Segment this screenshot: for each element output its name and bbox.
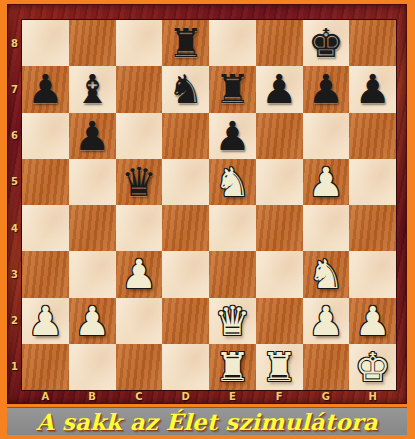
square-a4[interactable] — [22, 205, 69, 251]
square-f6[interactable] — [256, 113, 303, 159]
square-f4[interactable] — [256, 205, 303, 251]
black-pawn-g7[interactable]: ♟ — [308, 69, 344, 109]
square-g5[interactable]: ♟ — [303, 159, 350, 205]
square-h5[interactable] — [349, 159, 396, 205]
black-bishop-b7[interactable]: ♝ — [74, 69, 110, 109]
white-knight-e5[interactable]: ♞ — [214, 162, 250, 202]
square-d3[interactable] — [162, 251, 209, 297]
white-pawn-c3[interactable]: ♟ — [121, 254, 157, 294]
square-a7[interactable]: ♟ — [22, 66, 69, 112]
square-a8[interactable] — [22, 20, 69, 66]
white-pawn-b2[interactable]: ♟ — [74, 301, 110, 341]
white-pawn-g2[interactable]: ♟ — [308, 301, 344, 341]
square-a6[interactable] — [22, 113, 69, 159]
black-pawn-h7[interactable]: ♟ — [355, 69, 391, 109]
rank-label-4: 4 — [7, 205, 22, 251]
square-c5[interactable]: ♛ — [116, 159, 163, 205]
square-c4[interactable] — [116, 205, 163, 251]
square-b7[interactable]: ♝ — [69, 66, 116, 112]
file-label-c: C — [116, 389, 163, 404]
square-b8[interactable] — [69, 20, 116, 66]
black-pawn-e6[interactable]: ♟ — [214, 116, 250, 156]
square-f5[interactable] — [256, 159, 303, 205]
square-b4[interactable] — [69, 205, 116, 251]
file-label-h: H — [349, 389, 396, 404]
rank-label-1: 1 — [7, 344, 22, 390]
caption-text: A sakk az Élet szimulátora — [36, 408, 378, 434]
white-rook-e1[interactable]: ♜ — [214, 347, 250, 387]
chess-diagram: 87654321 ♜♚♟♝♞♜♟♟♟♟♟♛♞♟♟♞♟♟♛♟♟♜♜♚ ABCDEF… — [0, 0, 415, 439]
square-f2[interactable] — [256, 298, 303, 344]
square-d2[interactable] — [162, 298, 209, 344]
square-e3[interactable] — [209, 251, 256, 297]
square-a2[interactable]: ♟ — [22, 298, 69, 344]
rank-label-8: 8 — [7, 20, 22, 66]
rank-label-7: 7 — [7, 66, 22, 112]
square-d8[interactable]: ♜ — [162, 20, 209, 66]
file-label-b: B — [69, 389, 116, 404]
square-c1[interactable] — [116, 344, 163, 390]
rank-label-3: 3 — [7, 251, 22, 297]
rank-labels: 87654321 — [7, 20, 22, 390]
black-king-g8[interactable]: ♚ — [308, 23, 344, 63]
black-rook-e7[interactable]: ♜ — [214, 69, 250, 109]
square-f3[interactable] — [256, 251, 303, 297]
black-pawn-f7[interactable]: ♟ — [261, 69, 297, 109]
square-d5[interactable] — [162, 159, 209, 205]
rank-label-6: 6 — [7, 113, 22, 159]
square-g8[interactable]: ♚ — [303, 20, 350, 66]
square-h1[interactable]: ♚ — [349, 344, 396, 390]
square-e5[interactable]: ♞ — [209, 159, 256, 205]
square-d7[interactable]: ♞ — [162, 66, 209, 112]
black-pawn-b6[interactable]: ♟ — [74, 116, 110, 156]
square-d4[interactable] — [162, 205, 209, 251]
white-pawn-g5[interactable]: ♟ — [308, 162, 344, 202]
square-f8[interactable] — [256, 20, 303, 66]
square-e7[interactable]: ♜ — [209, 66, 256, 112]
white-pawn-h2[interactable]: ♟ — [355, 301, 391, 341]
square-h8[interactable] — [349, 20, 396, 66]
black-rook-d8[interactable]: ♜ — [168, 23, 204, 63]
square-b2[interactable]: ♟ — [69, 298, 116, 344]
square-h2[interactable]: ♟ — [349, 298, 396, 344]
square-c2[interactable] — [116, 298, 163, 344]
square-h4[interactable] — [349, 205, 396, 251]
white-knight-g3[interactable]: ♞ — [308, 254, 344, 294]
file-labels: ABCDEFGH — [22, 389, 396, 404]
square-a1[interactable] — [22, 344, 69, 390]
square-f1[interactable]: ♜ — [256, 344, 303, 390]
file-label-f: F — [256, 389, 303, 404]
square-g4[interactable] — [303, 205, 350, 251]
rank-label-2: 2 — [7, 298, 22, 344]
square-h3[interactable] — [349, 251, 396, 297]
square-e1[interactable]: ♜ — [209, 344, 256, 390]
square-b6[interactable]: ♟ — [69, 113, 116, 159]
square-e8[interactable] — [209, 20, 256, 66]
file-label-d: D — [162, 389, 209, 404]
file-label-e: E — [209, 389, 256, 404]
square-e2[interactable]: ♛ — [209, 298, 256, 344]
square-e6[interactable]: ♟ — [209, 113, 256, 159]
square-a5[interactable] — [22, 159, 69, 205]
black-queen-c5[interactable]: ♛ — [121, 162, 157, 202]
caption-bar: A sakk az Élet szimulátora — [7, 407, 407, 435]
square-c7[interactable] — [116, 66, 163, 112]
square-d1[interactable] — [162, 344, 209, 390]
chess-board: ♜♚♟♝♞♜♟♟♟♟♟♛♞♟♟♞♟♟♛♟♟♜♜♚ — [22, 20, 396, 390]
rank-label-5: 5 — [7, 159, 22, 205]
white-king-h1[interactable]: ♚ — [355, 347, 391, 387]
file-label-g: G — [303, 389, 350, 404]
file-label-a: A — [22, 389, 69, 404]
square-g3[interactable]: ♞ — [303, 251, 350, 297]
square-f7[interactable]: ♟ — [256, 66, 303, 112]
square-h6[interactable] — [349, 113, 396, 159]
white-queen-e2[interactable]: ♛ — [214, 301, 250, 341]
square-d6[interactable] — [162, 113, 209, 159]
square-g6[interactable] — [303, 113, 350, 159]
black-pawn-a7[interactable]: ♟ — [27, 69, 63, 109]
square-g1[interactable] — [303, 344, 350, 390]
black-knight-d7[interactable]: ♞ — [168, 69, 204, 109]
square-b3[interactable] — [69, 251, 116, 297]
square-b1[interactable] — [69, 344, 116, 390]
square-a3[interactable] — [22, 251, 69, 297]
square-c6[interactable] — [116, 113, 163, 159]
square-c8[interactable] — [116, 20, 163, 66]
white-rook-f1[interactable]: ♜ — [261, 347, 297, 387]
square-c3[interactable]: ♟ — [116, 251, 163, 297]
square-e4[interactable] — [209, 205, 256, 251]
white-pawn-a2[interactable]: ♟ — [27, 301, 63, 341]
square-g2[interactable]: ♟ — [303, 298, 350, 344]
square-b5[interactable] — [69, 159, 116, 205]
square-h7[interactable]: ♟ — [349, 66, 396, 112]
square-g7[interactable]: ♟ — [303, 66, 350, 112]
